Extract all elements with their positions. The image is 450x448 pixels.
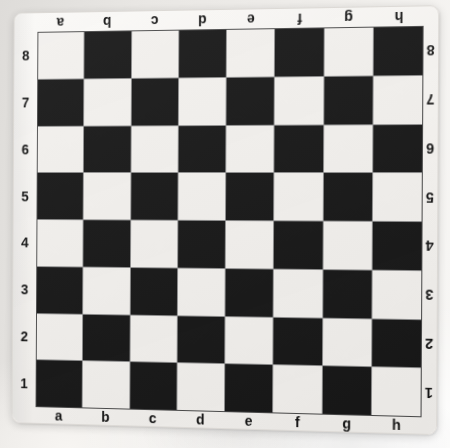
square-h5 — [373, 173, 422, 221]
square-g6 — [324, 125, 373, 173]
file-label-top-f: f — [297, 11, 302, 25]
square-g5 — [323, 173, 372, 221]
square-b5 — [84, 173, 130, 219]
square-a1 — [36, 360, 82, 407]
file-label-bottom-g: g — [342, 416, 351, 430]
square-b6 — [84, 126, 130, 172]
square-g3 — [323, 270, 372, 318]
rank-label-right-5: 5 — [426, 190, 434, 204]
square-d5 — [178, 173, 225, 220]
file-label-top-b: b — [103, 14, 111, 28]
square-h4 — [372, 222, 421, 270]
file-label-top-c: c — [151, 14, 159, 28]
square-g7 — [324, 76, 373, 124]
rank-label-right-4: 4 — [426, 239, 434, 253]
square-e5 — [226, 173, 274, 220]
rank-label-right-2: 2 — [425, 337, 433, 351]
square-h7 — [373, 76, 422, 124]
file-label-top-e: e — [247, 12, 255, 26]
rank-labels-right: 87654321 — [422, 26, 439, 418]
square-f5 — [274, 173, 322, 220]
square-a8 — [38, 32, 84, 79]
square-d2 — [177, 316, 224, 364]
file-label-top-h: h — [394, 9, 403, 23]
square-e1 — [225, 364, 273, 412]
square-e3 — [225, 269, 273, 317]
square-d6 — [178, 125, 225, 172]
chess-board — [36, 26, 424, 417]
rank-label-left-6: 6 — [22, 142, 30, 156]
rank-label-right-8: 8 — [427, 43, 435, 57]
photo-background: abcdefgh abcdefgh 87654321 87654321 — [0, 0, 450, 448]
square-f8 — [275, 28, 323, 76]
file-label-bottom-e: e — [245, 414, 253, 428]
square-g4 — [323, 222, 372, 270]
square-e2 — [225, 317, 273, 365]
square-g1 — [322, 366, 371, 415]
file-label-bottom-a: a — [55, 409, 63, 423]
file-label-bottom-b: b — [101, 410, 109, 424]
square-b3 — [83, 267, 129, 314]
square-f3 — [274, 269, 322, 317]
rank-label-left-1: 1 — [20, 376, 28, 390]
file-label-bottom-d: d — [196, 412, 205, 426]
rank-label-left-3: 3 — [21, 283, 29, 297]
square-d4 — [178, 221, 225, 268]
file-label-bottom-h: h — [392, 418, 401, 433]
square-d7 — [179, 78, 226, 125]
square-c4 — [130, 221, 177, 268]
file-label-top-g: g — [344, 10, 353, 24]
square-c6 — [131, 126, 178, 173]
square-c1 — [130, 362, 177, 409]
square-f4 — [274, 221, 322, 269]
square-e7 — [226, 77, 274, 124]
rank-label-left-8: 8 — [22, 49, 30, 63]
square-c5 — [131, 173, 178, 220]
rank-label-right-6: 6 — [426, 141, 434, 155]
rank-label-left-4: 4 — [21, 236, 29, 250]
square-f2 — [274, 317, 322, 365]
square-g8 — [324, 28, 373, 76]
file-label-bottom-c: c — [149, 411, 157, 425]
square-f6 — [275, 125, 323, 172]
square-f7 — [275, 77, 323, 125]
square-h2 — [372, 319, 421, 368]
square-a6 — [38, 126, 84, 172]
square-b8 — [85, 31, 131, 78]
square-c2 — [130, 315, 177, 362]
square-e8 — [227, 29, 275, 77]
square-b1 — [83, 361, 129, 408]
file-label-top-a: a — [57, 15, 65, 29]
square-e6 — [226, 125, 274, 172]
rank-label-right-1: 1 — [425, 386, 433, 401]
square-a7 — [38, 79, 84, 125]
square-d8 — [179, 30, 226, 77]
square-e4 — [226, 221, 274, 268]
file-label-top-d: d — [198, 13, 207, 27]
square-f1 — [273, 365, 321, 413]
square-b2 — [83, 314, 129, 361]
square-d1 — [177, 363, 224, 411]
square-c7 — [131, 78, 178, 125]
square-h6 — [373, 124, 422, 172]
square-a3 — [37, 267, 83, 314]
rank-label-left-7: 7 — [22, 95, 30, 109]
square-a2 — [37, 314, 83, 361]
rank-labels-left: 87654321 — [13, 32, 38, 407]
board-frame: abcdefgh abcdefgh 87654321 87654321 — [13, 6, 439, 434]
square-h3 — [372, 270, 421, 318]
square-c3 — [130, 268, 177, 315]
chess-mat: abcdefgh abcdefgh 87654321 87654321 — [12, 5, 440, 435]
square-a4 — [37, 220, 83, 266]
square-h8 — [373, 27, 422, 75]
square-c8 — [131, 31, 178, 78]
file-label-bottom-f: f — [295, 415, 300, 429]
square-d3 — [178, 268, 225, 315]
square-b7 — [84, 79, 130, 126]
rank-label-left-5: 5 — [21, 189, 29, 203]
rank-label-right-3: 3 — [425, 288, 433, 302]
square-b4 — [84, 220, 130, 267]
square-a5 — [37, 173, 83, 219]
rank-label-right-7: 7 — [426, 92, 434, 106]
square-g2 — [322, 318, 371, 366]
rank-label-left-2: 2 — [21, 330, 29, 344]
square-h1 — [372, 367, 421, 416]
